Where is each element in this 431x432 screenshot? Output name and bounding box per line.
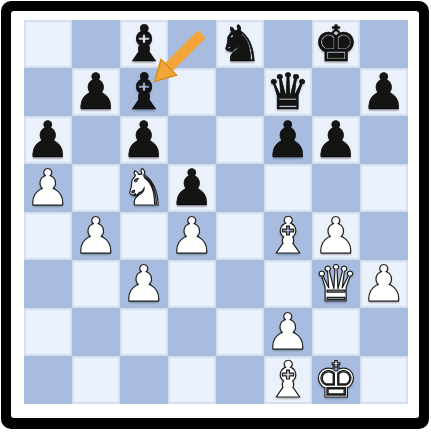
piece-black-bishop[interactable]: ♝: [122, 20, 167, 68]
square-e7[interactable]: [216, 68, 264, 116]
square-g6[interactable]: ♟: [312, 116, 360, 164]
square-f6[interactable]: ♟: [264, 116, 312, 164]
piece-black-pawn[interactable]: ♟: [170, 164, 215, 212]
square-d1[interactable]: [168, 356, 216, 404]
square-a8[interactable]: [24, 20, 72, 68]
square-b5[interactable]: [72, 164, 120, 212]
chess-diagram: ♝♞♚♟♝♛♟♟♟♟♟♟♞♟♟♟♝♟♟♛♟♟♝♚: [0, 0, 431, 432]
square-f8[interactable]: [264, 20, 312, 68]
square-d4[interactable]: ♟: [168, 212, 216, 260]
square-a4[interactable]: [24, 212, 72, 260]
square-f5[interactable]: [264, 164, 312, 212]
piece-white-pawn[interactable]: ♟: [314, 212, 359, 260]
square-b6[interactable]: [72, 116, 120, 164]
piece-black-king[interactable]: ♚: [314, 20, 359, 68]
square-g4[interactable]: ♟: [312, 212, 360, 260]
square-h3[interactable]: ♟: [360, 260, 408, 308]
square-e8[interactable]: ♞: [216, 20, 264, 68]
square-h8[interactable]: [360, 20, 408, 68]
square-f3[interactable]: [264, 260, 312, 308]
square-e6[interactable]: [216, 116, 264, 164]
square-g3[interactable]: ♛: [312, 260, 360, 308]
square-h7[interactable]: ♟: [360, 68, 408, 116]
square-e1[interactable]: [216, 356, 264, 404]
piece-white-pawn[interactable]: ♟: [26, 164, 71, 212]
piece-white-bishop[interactable]: ♝: [266, 356, 311, 404]
square-b3[interactable]: [72, 260, 120, 308]
square-a5[interactable]: ♟: [24, 164, 72, 212]
chess-board[interactable]: ♝♞♚♟♝♛♟♟♟♟♟♟♞♟♟♟♝♟♟♛♟♟♝♚: [24, 20, 408, 404]
square-f4[interactable]: ♝: [264, 212, 312, 260]
piece-black-pawn[interactable]: ♟: [26, 116, 71, 164]
square-a7[interactable]: [24, 68, 72, 116]
square-e2[interactable]: [216, 308, 264, 356]
piece-white-pawn[interactable]: ♟: [122, 260, 167, 308]
square-g2[interactable]: [312, 308, 360, 356]
square-h1[interactable]: [360, 356, 408, 404]
square-h4[interactable]: [360, 212, 408, 260]
square-g5[interactable]: [312, 164, 360, 212]
piece-black-knight[interactable]: ♞: [218, 20, 263, 68]
square-a3[interactable]: [24, 260, 72, 308]
square-d3[interactable]: [168, 260, 216, 308]
square-c3[interactable]: ♟: [120, 260, 168, 308]
piece-white-bishop[interactable]: ♝: [266, 212, 311, 260]
square-b4[interactable]: ♟: [72, 212, 120, 260]
piece-black-pawn[interactable]: ♟: [122, 116, 167, 164]
square-c5[interactable]: ♞: [120, 164, 168, 212]
square-d6[interactable]: [168, 116, 216, 164]
piece-black-pawn[interactable]: ♟: [314, 116, 359, 164]
square-b8[interactable]: [72, 20, 120, 68]
square-c2[interactable]: [120, 308, 168, 356]
square-d2[interactable]: [168, 308, 216, 356]
square-d5[interactable]: ♟: [168, 164, 216, 212]
square-g8[interactable]: ♚: [312, 20, 360, 68]
square-c6[interactable]: ♟: [120, 116, 168, 164]
square-d8[interactable]: [168, 20, 216, 68]
piece-black-pawn[interactable]: ♟: [362, 68, 407, 116]
square-c8[interactable]: ♝: [120, 20, 168, 68]
square-b1[interactable]: [72, 356, 120, 404]
piece-black-pawn[interactable]: ♟: [266, 116, 311, 164]
piece-white-pawn[interactable]: ♟: [362, 260, 407, 308]
square-h2[interactable]: [360, 308, 408, 356]
square-a6[interactable]: ♟: [24, 116, 72, 164]
square-a2[interactable]: [24, 308, 72, 356]
piece-black-queen[interactable]: ♛: [266, 68, 311, 116]
square-h6[interactable]: [360, 116, 408, 164]
piece-white-king[interactable]: ♚: [314, 356, 359, 404]
square-b7[interactable]: ♟: [72, 68, 120, 116]
square-c4[interactable]: [120, 212, 168, 260]
piece-white-queen[interactable]: ♛: [314, 260, 359, 308]
piece-white-pawn[interactable]: ♟: [266, 308, 311, 356]
square-g1[interactable]: ♚: [312, 356, 360, 404]
piece-white-pawn[interactable]: ♟: [170, 212, 215, 260]
square-g7[interactable]: [312, 68, 360, 116]
piece-black-bishop[interactable]: ♝: [122, 68, 167, 116]
piece-white-knight[interactable]: ♞: [122, 164, 167, 212]
square-e4[interactable]: [216, 212, 264, 260]
square-d7[interactable]: [168, 68, 216, 116]
piece-white-pawn[interactable]: ♟: [74, 212, 119, 260]
square-f7[interactable]: ♛: [264, 68, 312, 116]
square-b2[interactable]: [72, 308, 120, 356]
square-a1[interactable]: [24, 356, 72, 404]
square-c1[interactable]: [120, 356, 168, 404]
square-h5[interactable]: [360, 164, 408, 212]
square-c7[interactable]: ♝: [120, 68, 168, 116]
square-f2[interactable]: ♟: [264, 308, 312, 356]
square-e3[interactable]: [216, 260, 264, 308]
square-e5[interactable]: [216, 164, 264, 212]
piece-black-pawn[interactable]: ♟: [74, 68, 119, 116]
square-f1[interactable]: ♝: [264, 356, 312, 404]
